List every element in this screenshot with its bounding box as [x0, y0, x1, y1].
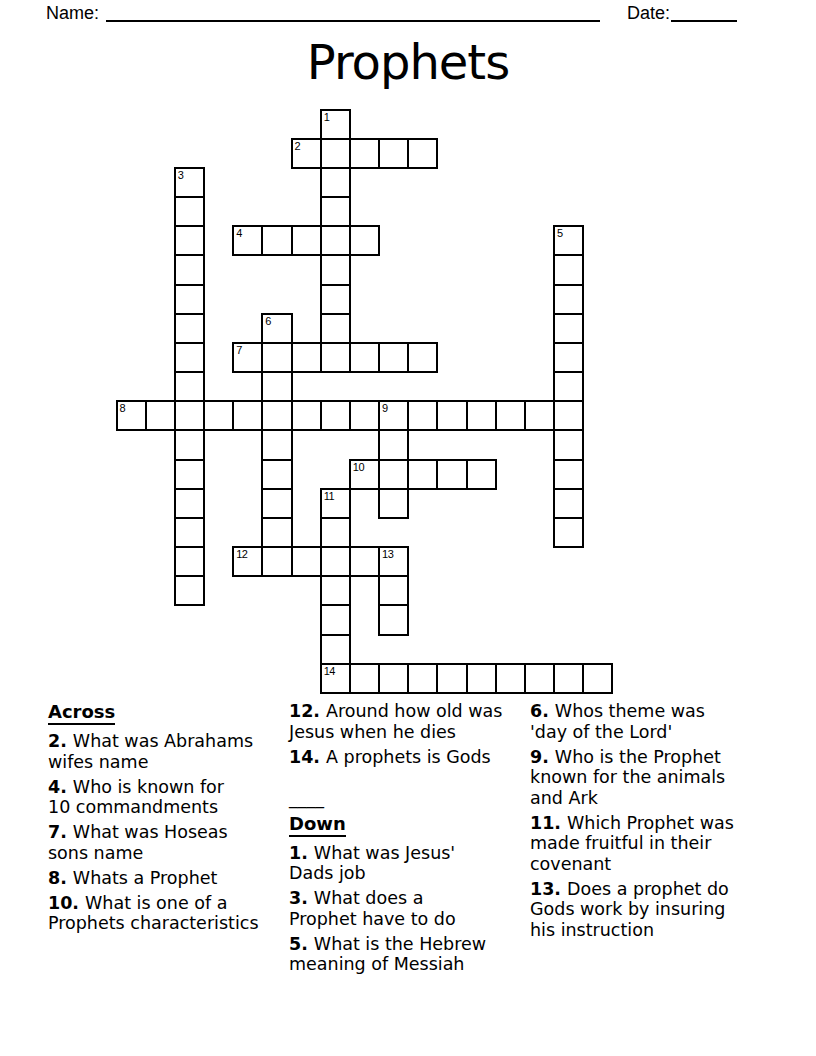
- clue-number: 9: [382, 403, 388, 414]
- clue: 6.Whos theme was 'day of the Lord': [530, 701, 734, 742]
- clue-number: 4: [236, 228, 242, 239]
- grid-cell[interactable]: [436, 400, 467, 431]
- clue-text: What does a Prophet have to do: [289, 888, 456, 929]
- grid-cell[interactable]: [261, 371, 292, 402]
- clue-number-label: 3.: [289, 888, 308, 908]
- clue-number: 5: [557, 228, 563, 239]
- clue: 7.What was Hoseas sons name: [48, 822, 259, 863]
- clue-number: 1: [324, 112, 330, 123]
- grid-cell[interactable]: [495, 663, 526, 694]
- clue: 2.What was Abrahams wifes name: [48, 731, 259, 772]
- clue-number-label: 13.: [530, 879, 561, 899]
- grid-cell[interactable]: [436, 663, 467, 694]
- clue-number: 12: [236, 549, 247, 560]
- grid-cell[interactable]: [349, 342, 380, 373]
- grid-cell[interactable]: [407, 663, 438, 694]
- grid-cell[interactable]: [320, 517, 351, 548]
- clue-number-label: 4.: [48, 777, 67, 797]
- clue-text: What was Jesus' Dads job: [289, 843, 455, 884]
- grid-cell[interactable]: [320, 634, 351, 665]
- grid-cell[interactable]: [553, 459, 584, 490]
- clue-text: Whats a Prophet: [73, 868, 218, 888]
- grid-cell[interactable]: [174, 429, 205, 460]
- grid-cell[interactable]: [553, 400, 584, 431]
- grid-cell[interactable]: [407, 138, 438, 169]
- clue-text: What was Hoseas sons name: [48, 822, 228, 863]
- grid-cell[interactable]: [553, 342, 584, 373]
- grid-cell[interactable]: [174, 371, 205, 402]
- grid-cell[interactable]: [320, 138, 351, 169]
- clue: 1.What was Jesus' Dads job: [289, 843, 502, 884]
- grid-cell[interactable]: [320, 546, 351, 577]
- grid-cell[interactable]: [291, 546, 322, 577]
- clue: 11.Which Prophet was made fruitful in th…: [530, 813, 734, 875]
- grid-cell[interactable]: [174, 517, 205, 548]
- grid-cell[interactable]: [174, 225, 205, 256]
- grid-cell[interactable]: [524, 663, 555, 694]
- grid-cell[interactable]: [495, 400, 526, 431]
- grid-cell[interactable]: [291, 400, 322, 431]
- clue-number-label: 8.: [48, 868, 67, 888]
- grid-cell[interactable]: [174, 400, 205, 431]
- grid-cell[interactable]: [261, 459, 292, 490]
- clue: 3.What does a Prophet have to do: [289, 888, 502, 929]
- grid-cell[interactable]: [174, 313, 205, 344]
- clue-text: Who is known for 10 commandments: [48, 777, 224, 818]
- grid-cell[interactable]: [378, 429, 409, 460]
- grid-cell[interactable]: [261, 488, 292, 519]
- grid-cell[interactable]: [436, 459, 467, 490]
- grid-cell[interactable]: [291, 225, 322, 256]
- clue-number-label: 12.: [289, 701, 320, 721]
- grid-cell[interactable]: [553, 371, 584, 402]
- clue-number: 3: [178, 170, 184, 181]
- clue-number-label: 1.: [289, 843, 308, 863]
- grid-cell[interactable]: [553, 284, 584, 315]
- grid-cell[interactable]: [553, 254, 584, 285]
- clue-text: Around how old was Jesus when he dies: [289, 701, 502, 742]
- clue-number-label: 2.: [48, 731, 67, 751]
- clue-number: 13: [382, 549, 393, 560]
- grid-cell[interactable]: [174, 575, 205, 606]
- grid-cell[interactable]: [466, 400, 497, 431]
- crossword-grid: 1234567891011121314: [0, 0, 816, 700]
- grid-cell[interactable]: [174, 459, 205, 490]
- grid-cell[interactable]: [174, 254, 205, 285]
- clue-number-label: 10.: [48, 893, 79, 913]
- clue-column-1: Across2.What was Abrahams wifes name4.Wh…: [48, 701, 259, 938]
- grid-cell[interactable]: [261, 225, 292, 256]
- grid-cell[interactable]: [174, 196, 205, 227]
- grid-cell[interactable]: [553, 488, 584, 519]
- clue-number: 14: [324, 666, 335, 677]
- grid-cell[interactable]: [320, 575, 351, 606]
- clue: 10.What is one of a Prophets characteris…: [48, 893, 259, 934]
- grid-cell[interactable]: [174, 284, 205, 315]
- clue-number-label: 9.: [530, 747, 549, 767]
- grid-cell[interactable]: [407, 400, 438, 431]
- grid-cell[interactable]: [320, 196, 351, 227]
- clue: 5.What is the Hebrew meaning of Messiah: [289, 934, 502, 975]
- grid-cell[interactable]: [378, 459, 409, 490]
- clue: 8.Whats a Prophet: [48, 868, 259, 889]
- clue-text: What was Abrahams wifes name: [48, 731, 253, 772]
- grid-cell[interactable]: [378, 575, 409, 606]
- grid-cell[interactable]: [261, 400, 292, 431]
- grid-cell[interactable]: [320, 342, 351, 373]
- grid-cell[interactable]: [320, 604, 351, 635]
- grid-cell[interactable]: [174, 546, 205, 577]
- grid-cell[interactable]: [553, 313, 584, 344]
- grid-cell[interactable]: [349, 225, 380, 256]
- grid-cell[interactable]: [320, 284, 351, 315]
- grid-cell[interactable]: [378, 604, 409, 635]
- grid-cell[interactable]: [553, 517, 584, 548]
- clue-number: 11: [324, 491, 334, 502]
- grid-cell[interactable]: [466, 663, 497, 694]
- grid-cell[interactable]: [349, 138, 380, 169]
- grid-cell[interactable]: [378, 342, 409, 373]
- clue-column-3: 6.Whos theme was 'day of the Lord'9.Who …: [530, 701, 734, 945]
- crossword-worksheet-page: { "header": { "name_label": "Name:", "da…: [0, 0, 816, 1056]
- clue-number: 2: [295, 141, 301, 152]
- grid-cell[interactable]: [553, 663, 584, 694]
- grid-cell[interactable]: [349, 400, 380, 431]
- grid-cell[interactable]: [320, 254, 351, 285]
- clue-list-heading: Across: [48, 701, 115, 725]
- clue-number: 8: [120, 403, 126, 414]
- grid-cell[interactable]: [320, 167, 351, 198]
- grid-cell[interactable]: [320, 225, 351, 256]
- grid-cell[interactable]: [291, 342, 322, 373]
- grid-cell[interactable]: [232, 400, 263, 431]
- grid-cell[interactable]: [524, 400, 555, 431]
- grid-cell[interactable]: [261, 517, 292, 548]
- clue-text: Who is the Prophet known for the animals…: [530, 747, 725, 808]
- grid-cell[interactable]: [145, 400, 176, 431]
- grid-cell[interactable]: [261, 429, 292, 460]
- clue: 13.Does a prophet do Gods work by insuri…: [530, 879, 734, 941]
- clue-number: 7: [236, 345, 242, 356]
- grid-cell[interactable]: [261, 546, 292, 577]
- grid-cell[interactable]: [320, 313, 351, 344]
- grid-cell[interactable]: [349, 546, 380, 577]
- clue-column-2: 12.Around how old was Jesus when he dies…: [289, 701, 502, 979]
- grid-cell[interactable]: [378, 138, 409, 169]
- grid-cell[interactable]: [261, 342, 292, 373]
- clue: 12.Around how old was Jesus when he dies: [289, 701, 502, 742]
- clue-number-label: 14.: [289, 747, 320, 767]
- grid-cell[interactable]: [582, 663, 613, 694]
- clue-number-label: 7.: [48, 822, 67, 842]
- grid-cell[interactable]: [174, 488, 205, 519]
- clue: 9.Who is the Prophet known for the anima…: [530, 747, 734, 809]
- grid-cell[interactable]: [407, 459, 438, 490]
- grid-cell[interactable]: [407, 342, 438, 373]
- grid-cell[interactable]: [349, 663, 380, 694]
- grid-cell[interactable]: [174, 342, 205, 373]
- clue-text: Whos theme was 'day of the Lord': [530, 701, 705, 742]
- clue-text: What is one of a Prophets characteristic…: [48, 893, 259, 934]
- clue-number-label: 5.: [289, 934, 308, 954]
- grid-cell[interactable]: [320, 400, 351, 431]
- clue-text: What is the Hebrew meaning of Messiah: [289, 934, 486, 975]
- grid-cell[interactable]: [378, 488, 409, 519]
- clue-number: 6: [265, 316, 271, 327]
- clue-number: 10: [353, 462, 364, 473]
- grid-cell[interactable]: [553, 429, 584, 460]
- grid-cell[interactable]: [378, 663, 409, 694]
- clue: 4.Who is known for 10 commandments: [48, 777, 259, 818]
- grid-cell[interactable]: [466, 459, 497, 490]
- clue-list-heading: Down: [289, 813, 346, 837]
- clue-number-label: 6.: [530, 701, 549, 721]
- clue-number-label: 11.: [530, 813, 561, 833]
- grid-cell[interactable]: [203, 400, 234, 431]
- clue: 14.A prophets is Gods ____: [289, 747, 502, 809]
